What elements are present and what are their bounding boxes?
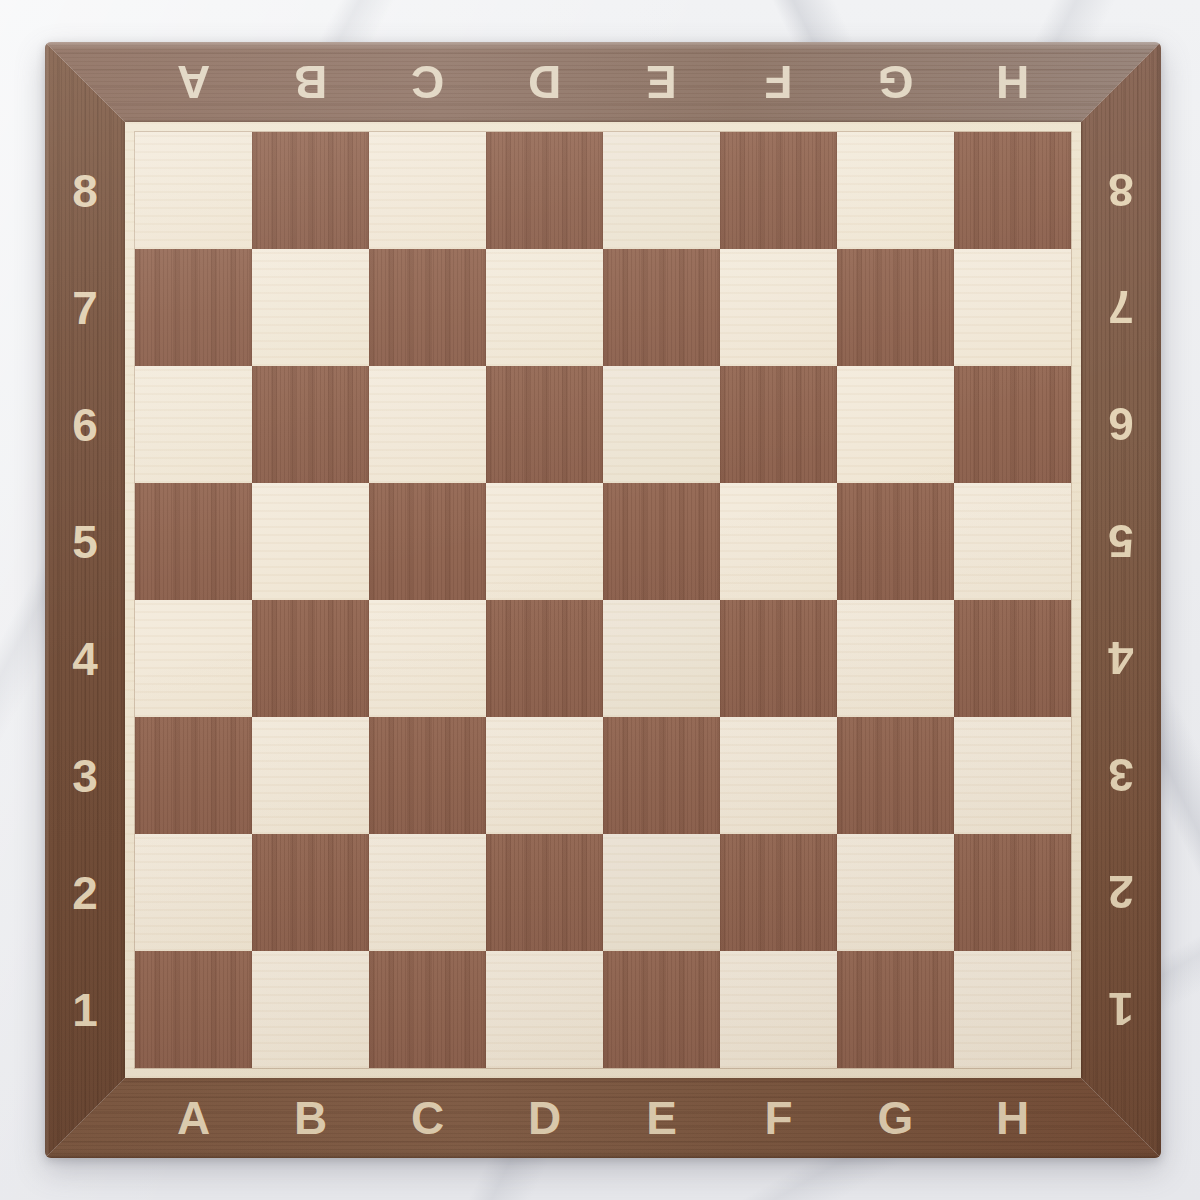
square-h2 [954,834,1071,951]
square-h1 [954,951,1071,1068]
square-h3 [954,717,1071,834]
file-label-bottom-a: A [135,1078,252,1158]
file-label-bottom-f: F [720,1078,837,1158]
square-b4 [252,600,369,717]
square-d2 [486,834,603,951]
rank-label-left-1: 1 [45,951,125,1068]
rank-label-right-1: 1 [1081,951,1161,1068]
square-c7 [369,249,486,366]
square-c1 [369,951,486,1068]
file-labels-top: ABCDEFGH [135,42,1071,122]
square-d3 [486,717,603,834]
rank-label-right-2: 2 [1081,834,1161,951]
square-g4 [837,600,954,717]
square-d1 [486,951,603,1068]
square-e8 [603,132,720,249]
file-labels-bottom: ABCDEFGH [135,1078,1071,1158]
file-label-top-h: H [954,42,1071,122]
square-a3 [135,717,252,834]
square-c4 [369,600,486,717]
square-a5 [135,483,252,600]
square-g1 [837,951,954,1068]
rank-label-right-5: 5 [1081,483,1161,600]
marble-surface: ABCDEFGH ABCDEFGH 87654321 87654321 [0,0,1200,1200]
square-c6 [369,366,486,483]
file-label-bottom-c: C [369,1078,486,1158]
square-f1 [720,951,837,1068]
square-h8 [954,132,1071,249]
square-g3 [837,717,954,834]
square-e2 [603,834,720,951]
square-c2 [369,834,486,951]
square-b5 [252,483,369,600]
rank-label-left-2: 2 [45,834,125,951]
square-g2 [837,834,954,951]
square-e4 [603,600,720,717]
square-d8 [486,132,603,249]
square-a6 [135,366,252,483]
square-c3 [369,717,486,834]
square-h6 [954,366,1071,483]
square-f6 [720,366,837,483]
square-h5 [954,483,1071,600]
file-label-top-g: G [837,42,954,122]
rank-label-right-4: 4 [1081,600,1161,717]
file-label-top-d: D [486,42,603,122]
square-h4 [954,600,1071,717]
square-b6 [252,366,369,483]
square-e6 [603,366,720,483]
square-e3 [603,717,720,834]
board-grid [135,132,1071,1068]
square-h7 [954,249,1071,366]
square-e1 [603,951,720,1068]
square-b2 [252,834,369,951]
file-label-bottom-g: G [837,1078,954,1158]
file-label-bottom-b: B [252,1078,369,1158]
rank-label-left-8: 8 [45,132,125,249]
square-f5 [720,483,837,600]
square-g5 [837,483,954,600]
file-label-top-a: A [135,42,252,122]
square-e5 [603,483,720,600]
square-b1 [252,951,369,1068]
square-d6 [486,366,603,483]
square-b3 [252,717,369,834]
file-label-bottom-d: D [486,1078,603,1158]
square-d4 [486,600,603,717]
square-f3 [720,717,837,834]
file-label-top-b: B [252,42,369,122]
square-g6 [837,366,954,483]
square-b7 [252,249,369,366]
chess-board: ABCDEFGH ABCDEFGH 87654321 87654321 [45,42,1161,1158]
rank-label-right-7: 7 [1081,249,1161,366]
rank-label-right-3: 3 [1081,717,1161,834]
square-g8 [837,132,954,249]
square-f7 [720,249,837,366]
square-a2 [135,834,252,951]
rank-labels-right: 87654321 [1081,132,1161,1068]
square-c5 [369,483,486,600]
square-e7 [603,249,720,366]
square-d5 [486,483,603,600]
square-a1 [135,951,252,1068]
file-label-bottom-h: H [954,1078,1071,1158]
rank-label-left-7: 7 [45,249,125,366]
square-a8 [135,132,252,249]
square-f2 [720,834,837,951]
file-label-bottom-e: E [603,1078,720,1158]
rank-label-right-6: 6 [1081,366,1161,483]
square-d7 [486,249,603,366]
square-a7 [135,249,252,366]
rank-label-left-4: 4 [45,600,125,717]
square-f4 [720,600,837,717]
square-f8 [720,132,837,249]
file-label-top-f: F [720,42,837,122]
rank-label-left-3: 3 [45,717,125,834]
rank-label-right-8: 8 [1081,132,1161,249]
rank-labels-left: 87654321 [45,132,125,1068]
file-label-top-c: C [369,42,486,122]
square-c8 [369,132,486,249]
rank-label-left-5: 5 [45,483,125,600]
square-b8 [252,132,369,249]
rank-label-left-6: 6 [45,366,125,483]
file-label-top-e: E [603,42,720,122]
square-a4 [135,600,252,717]
square-g7 [837,249,954,366]
